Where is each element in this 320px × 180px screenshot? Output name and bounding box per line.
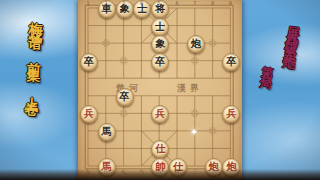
piece-black-soldier[interactable]: 卒 [222,53,240,71]
file-number-bottom: 一 [225,169,235,174]
file-number-bottom: 三 [190,169,200,174]
file-number-bottom: 九 [83,169,93,174]
river-label-right: 漢界 [177,82,203,95]
sparkle-effect: ✦ [190,128,198,137]
file-number-bottom: 五 [154,169,164,174]
file-number-top: 9 [225,1,235,6]
left-book-title: 梅花谱 前集 上卷 [24,11,46,98]
file-number-top: 3 [119,1,129,6]
file-number-bottom: 六 [136,169,146,174]
file-number-bottom: 二 [208,169,218,174]
file-number-top: 7 [190,1,200,6]
file-number-top: 6 [172,1,182,6]
file-number-top: 4 [136,1,146,6]
file-number-bottom: 八 [101,169,111,174]
right-game-number: 第八局 [258,55,278,75]
xiangqi-board[interactable]: 楚河 漢界 車象士将士象炮卒卒卒卒馬兵兵兵仕馬帥仕炮炮123456789九八七六… [78,0,242,180]
file-number-top: 8 [208,1,218,6]
piece-black-horse[interactable]: 馬 [98,123,116,141]
piece-black-cannon[interactable]: 炮 [187,35,205,53]
piece-black-soldier[interactable]: 卒 [116,88,134,106]
file-number-top: 5 [154,1,164,6]
app-frame: 梅花谱 前集 上卷 屏风马破当头炮 第八局 楚河 漢界 車象士将士象炮卒卒卒卒馬… [0,0,320,180]
file-number-top: 2 [101,1,111,6]
piece-black-soldier[interactable]: 卒 [151,53,169,71]
file-number-bottom: 七 [119,169,129,174]
file-number-bottom: 四 [172,169,182,174]
piece-black-soldier[interactable]: 卒 [80,53,98,71]
piece-black-advisor[interactable]: 士 [151,18,169,36]
right-opening-title: 屏风马破当头炮 [281,15,304,52]
file-number-top: 1 [83,1,93,6]
